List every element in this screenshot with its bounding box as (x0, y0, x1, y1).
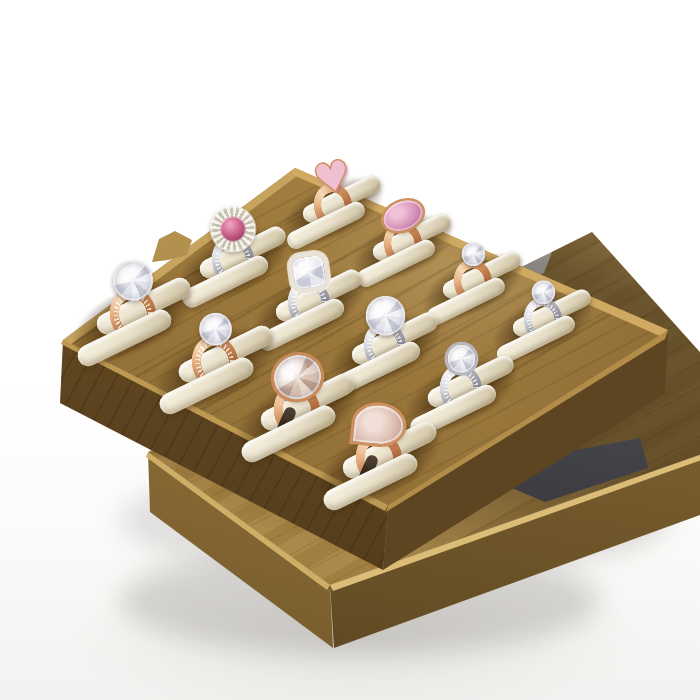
round-stone (447, 344, 475, 372)
round-stone (199, 312, 232, 345)
double-halo (211, 207, 256, 252)
round-stone (113, 260, 153, 300)
round-stone (531, 280, 555, 304)
pink-stone (220, 217, 245, 242)
cushion-halo-stone (291, 255, 326, 290)
round-stone (461, 242, 485, 266)
heart-stone: ♥ (310, 155, 355, 201)
round-stone (365, 295, 405, 335)
jewelry-tray-scene: ♥ (0, 0, 700, 700)
